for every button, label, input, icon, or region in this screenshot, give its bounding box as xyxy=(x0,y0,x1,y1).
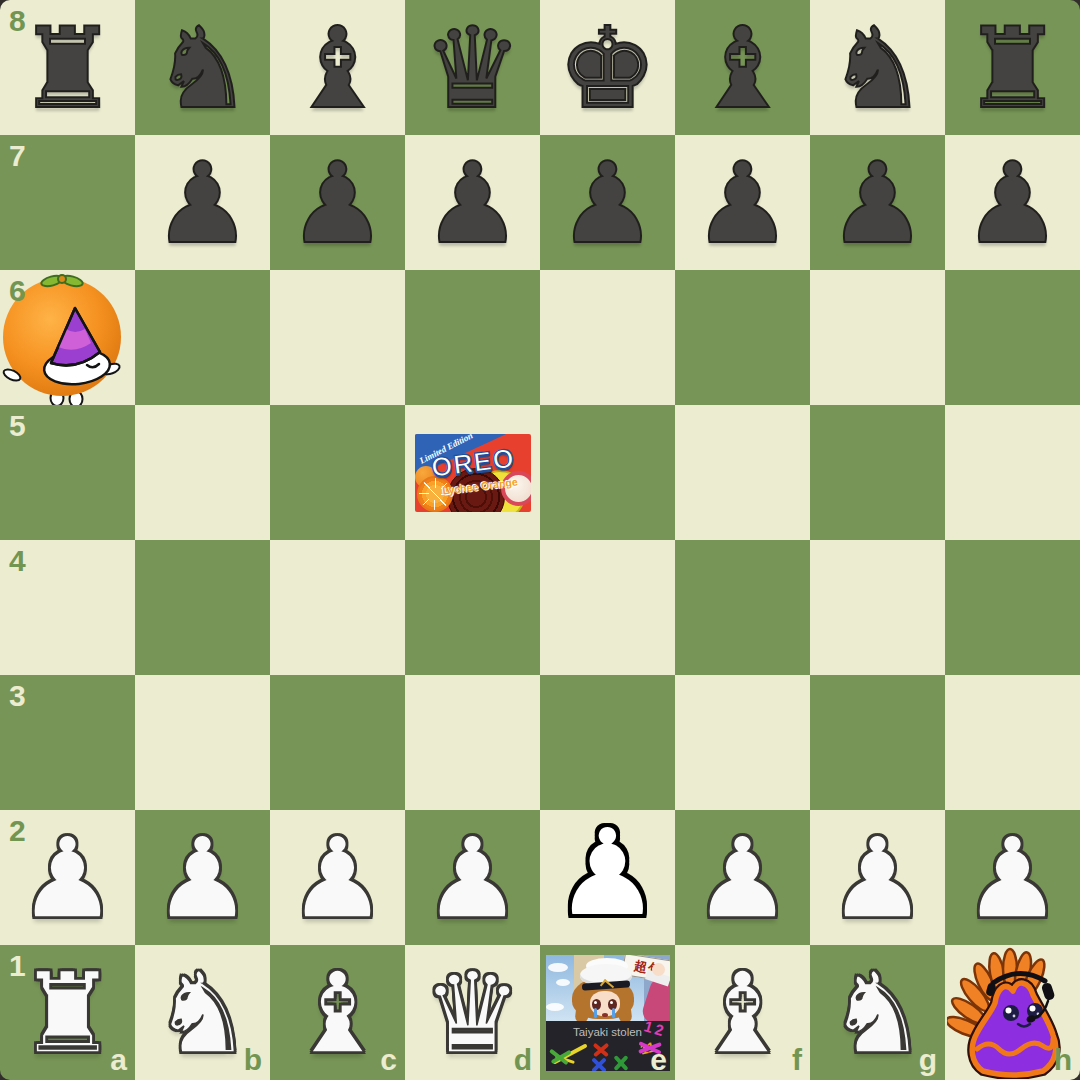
file-label-b: b xyxy=(244,1045,262,1075)
square-h4[interactable] xyxy=(945,540,1080,675)
piece-white-pawn-g2[interactable]: ♟ xyxy=(810,810,945,945)
square-b6[interactable] xyxy=(135,270,270,405)
file-label-e: e xyxy=(650,1045,667,1075)
square-g7[interactable]: ♟ xyxy=(810,135,945,270)
square-a4[interactable]: 4 xyxy=(0,540,135,675)
rank-label-7: 7 xyxy=(9,141,26,171)
file-label-c: c xyxy=(380,1045,397,1075)
piece-black-knight-b8[interactable]: ♞ xyxy=(135,0,270,135)
square-b7[interactable]: ♟ xyxy=(135,135,270,270)
square-a5[interactable]: 5 xyxy=(0,405,135,540)
square-e8[interactable]: ♚ xyxy=(540,0,675,135)
rank-label-2: 2 xyxy=(9,816,26,846)
file-label-d: d xyxy=(514,1045,532,1075)
rank-label-6: 6 xyxy=(9,276,26,306)
square-a1[interactable]: 1a♜ xyxy=(0,945,135,1080)
square-g4[interactable] xyxy=(810,540,945,675)
square-h8[interactable]: ♜ xyxy=(945,0,1080,135)
page-root: { "game": "chess", "board": { "light_col… xyxy=(0,0,1080,1080)
square-e2[interactable]: ♟ xyxy=(540,810,675,945)
square-h2[interactable]: ♟ xyxy=(945,810,1080,945)
file-label-h: h xyxy=(1054,1045,1072,1075)
square-f4[interactable] xyxy=(675,540,810,675)
square-d1[interactable]: d♛ xyxy=(405,945,540,1080)
square-c3[interactable] xyxy=(270,675,405,810)
file-label-f: f xyxy=(792,1045,802,1075)
square-g8[interactable]: ♞ xyxy=(810,0,945,135)
square-f5[interactable] xyxy=(675,405,810,540)
sticker-oreo-box[interactable]: Limited Edition OREO Lychee Orange xyxy=(415,434,531,512)
tear-icon xyxy=(612,1008,615,1018)
anime-scene: 超包 xyxy=(546,955,670,1021)
square-b1[interactable]: b♞ xyxy=(135,945,270,1080)
rank-label-8: 8 xyxy=(9,6,26,36)
rank-label-3: 3 xyxy=(9,681,26,711)
file-label-g: g xyxy=(919,1045,937,1075)
square-e1[interactable]: e 超包 Taiyaki stolen xyxy=(540,945,675,1080)
piece-white-pawn-h2[interactable]: ♟ xyxy=(945,810,1080,945)
piece-black-pawn-d7[interactable]: ♟ xyxy=(405,135,540,270)
square-e4[interactable] xyxy=(540,540,675,675)
square-e6[interactable] xyxy=(540,270,675,405)
square-h7[interactable]: ♟ xyxy=(945,135,1080,270)
square-b8[interactable]: ♞ xyxy=(135,0,270,135)
square-e7[interactable]: ♟ xyxy=(540,135,675,270)
cloud-icon xyxy=(548,963,568,972)
square-f3[interactable] xyxy=(675,675,810,810)
square-d3[interactable] xyxy=(405,675,540,810)
anime-mouth xyxy=(602,1013,608,1017)
square-b5[interactable] xyxy=(135,405,270,540)
cloud-icon xyxy=(546,1003,564,1011)
square-a8[interactable]: 8♜ xyxy=(0,0,135,135)
square-a6[interactable]: 6 xyxy=(0,270,135,405)
piece-white-bishop-f1[interactable]: ♝ xyxy=(675,945,810,1080)
square-b3[interactable] xyxy=(135,675,270,810)
piece-black-pawn-b7[interactable]: ♟ xyxy=(135,135,270,270)
piece-black-pawn-h7[interactable]: ♟ xyxy=(945,135,1080,270)
piece-black-knight-g8[interactable]: ♞ xyxy=(810,0,945,135)
square-a2[interactable]: 2♟ xyxy=(0,810,135,945)
square-c7[interactable]: ♟ xyxy=(270,135,405,270)
piece-white-pawn-f2[interactable]: ♟ xyxy=(675,810,810,945)
rank-label-5: 5 xyxy=(9,411,26,441)
square-d5[interactable]: Limited Edition OREO Lychee Orange xyxy=(405,405,540,540)
square-g3[interactable] xyxy=(810,675,945,810)
tear-icon xyxy=(594,1008,597,1018)
square-g2[interactable]: ♟ xyxy=(810,810,945,945)
square-g5[interactable] xyxy=(810,405,945,540)
square-g1[interactable]: g♞ xyxy=(810,945,945,1080)
square-d8[interactable]: ♛ xyxy=(405,0,540,135)
square-f2[interactable]: ♟ xyxy=(675,810,810,945)
piece-black-pawn-c7[interactable]: ♟ xyxy=(270,135,405,270)
square-c8[interactable]: ♝ xyxy=(270,0,405,135)
piece-white-pawn-b2[interactable]: ♟ xyxy=(135,810,270,945)
anime-hair xyxy=(574,996,590,1021)
square-b2[interactable]: ♟ xyxy=(135,810,270,945)
piece-black-pawn-e7[interactable]: ♟ xyxy=(540,135,675,270)
square-f1[interactable]: f♝ xyxy=(675,945,810,1080)
anime-hand xyxy=(652,963,665,976)
square-h5[interactable] xyxy=(945,405,1080,540)
piece-white-pawn-d2[interactable]: ♟ xyxy=(405,810,540,945)
square-a3[interactable]: 3 xyxy=(0,675,135,810)
piece-white-pawn-e2[interactable]: ♟ xyxy=(540,805,675,940)
cloud-icon xyxy=(556,979,570,986)
piece-black-rook-h8[interactable]: ♜ xyxy=(945,0,1080,135)
square-c4[interactable] xyxy=(270,540,405,675)
piece-black-queen-d8[interactable]: ♛ xyxy=(405,0,540,135)
square-d7[interactable]: ♟ xyxy=(405,135,540,270)
piece-black-bishop-c8[interactable]: ♝ xyxy=(270,0,405,135)
rank-label-4: 4 xyxy=(9,546,26,576)
chess-board: 8♜♞♝♛♚♝♞♜7♟♟♟♟♟♟♟6 xyxy=(0,0,1080,1080)
square-h3[interactable] xyxy=(945,675,1080,810)
square-c6[interactable] xyxy=(270,270,405,405)
square-g6[interactable] xyxy=(810,270,945,405)
square-c2[interactable]: ♟ xyxy=(270,810,405,945)
square-h6[interactable] xyxy=(945,270,1080,405)
piece-black-bishop-f8[interactable]: ♝ xyxy=(675,0,810,135)
square-h1[interactable]: h xyxy=(945,945,1080,1080)
square-f6[interactable] xyxy=(675,270,810,405)
square-c5[interactable] xyxy=(270,405,405,540)
square-b4[interactable] xyxy=(135,540,270,675)
square-e5[interactable] xyxy=(540,405,675,540)
piece-black-king-e8[interactable]: ♚ xyxy=(540,0,675,135)
square-d4[interactable] xyxy=(405,540,540,675)
square-e3[interactable] xyxy=(540,675,675,810)
piece-black-pawn-g7[interactable]: ♟ xyxy=(810,135,945,270)
square-c1[interactable]: c♝ xyxy=(270,945,405,1080)
square-f7[interactable]: ♟ xyxy=(675,135,810,270)
rank-label-1: 1 xyxy=(9,951,26,981)
square-f8[interactable]: ♝ xyxy=(675,0,810,135)
square-d6[interactable] xyxy=(405,270,540,405)
piece-white-pawn-c2[interactable]: ♟ xyxy=(270,810,405,945)
file-label-a: a xyxy=(110,1045,127,1075)
square-a7[interactable]: 7 xyxy=(0,135,135,270)
piece-black-pawn-f7[interactable]: ♟ xyxy=(675,135,810,270)
square-d2[interactable]: ♟ xyxy=(405,810,540,945)
